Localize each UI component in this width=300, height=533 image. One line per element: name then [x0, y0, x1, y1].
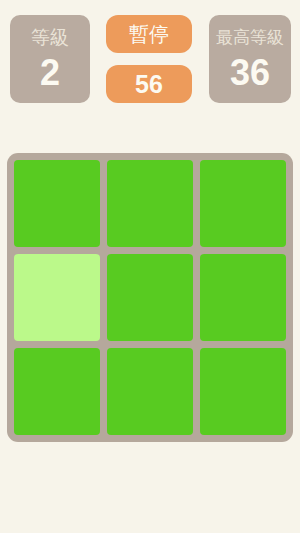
tile-r1c3[interactable] [200, 160, 286, 247]
odd-color-tile-r2c1[interactable] [14, 254, 100, 341]
best-level-panel: 最高等級 36 [209, 15, 291, 103]
level-label: 等級 [31, 24, 69, 52]
tile-r2c3[interactable] [200, 254, 286, 341]
best-level-value: 36 [230, 52, 270, 94]
tile-r1c2[interactable] [107, 160, 193, 247]
tile-r3c2[interactable] [107, 348, 193, 435]
best-level-label: 最高等級 [216, 24, 284, 52]
board [7, 153, 293, 442]
tile-r3c1[interactable] [14, 348, 100, 435]
level-value: 2 [40, 52, 60, 94]
tile-r1c1[interactable] [14, 160, 100, 247]
pause-button[interactable]: 暫停 [106, 15, 192, 53]
level-panel: 等級 2 [10, 15, 90, 103]
tile-r3c3[interactable] [200, 348, 286, 435]
tile-r2c2[interactable] [107, 254, 193, 341]
timer-counter[interactable]: 56 [106, 65, 192, 103]
